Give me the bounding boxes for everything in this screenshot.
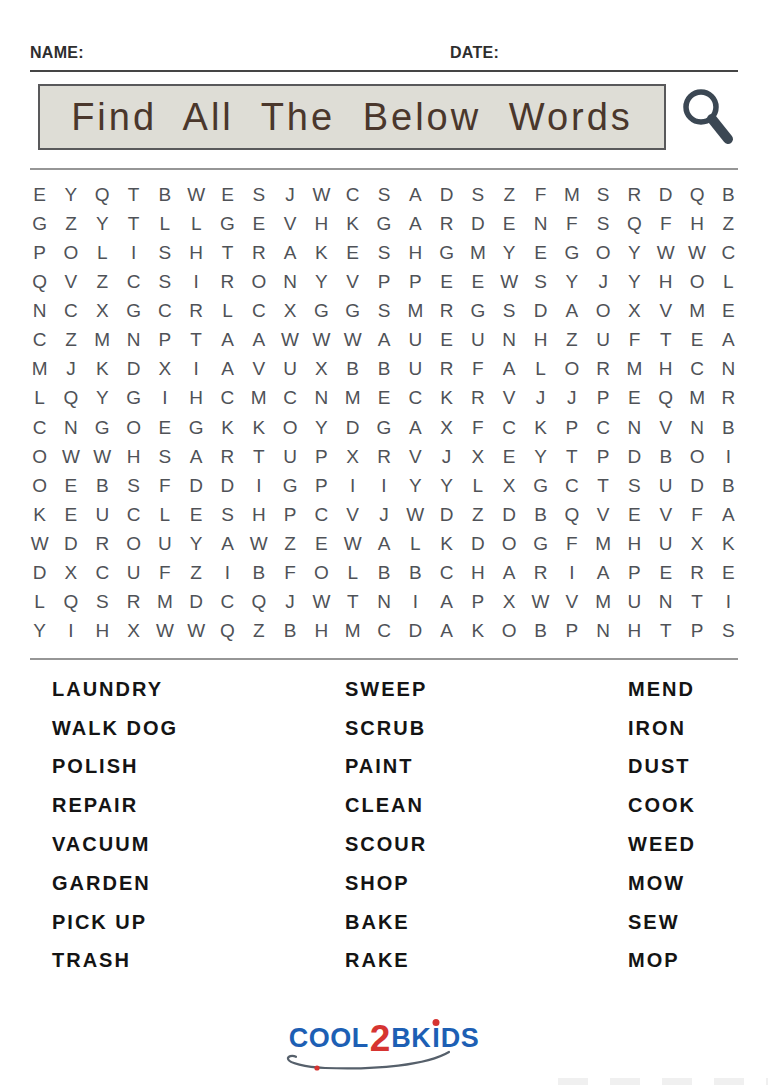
page-edge-dashes [558, 1078, 768, 1085]
grid-cell-r1c15: S [462, 180, 493, 209]
grid-cell-r5c13: M [400, 297, 431, 326]
grid-cell-r13c9: Z [274, 530, 305, 559]
grid-cell-r6c5: P [149, 326, 180, 355]
grid-cell-r12c12: J [368, 500, 399, 529]
grid-cell-r4c11: V [337, 267, 368, 296]
grid-cell-r5c16: S [494, 297, 525, 326]
grid-cell-r15c23: I [713, 588, 744, 617]
grid-cell-r7c13: U [400, 355, 431, 384]
grid-cell-r13c5: U [149, 530, 180, 559]
word-item: PICK UP [52, 903, 345, 942]
grid-cell-r7c20: M [619, 355, 650, 384]
word-item: WEED [628, 825, 744, 864]
grid-cell-r9c1: C [24, 413, 55, 442]
grid-cell-r10c6: A [181, 442, 212, 471]
grid-cell-r4c2: V [55, 267, 86, 296]
word-item: COOK [628, 786, 744, 825]
grid-cell-r12c15: Z [462, 500, 493, 529]
grid-cell-r9c21: V [650, 413, 681, 442]
grid-cell-r10c11: X [337, 442, 368, 471]
grid-cell-r6c19: U [587, 326, 618, 355]
grid-cell-r4c3: Z [87, 267, 118, 296]
grid-cell-r9c17: K [525, 413, 556, 442]
word-column-1: LAUNDRYWALK DOGPOLISHREPAIRVACUUMGARDENP… [52, 670, 345, 980]
grid-cell-r5c21: V [650, 297, 681, 326]
grid-cell-r6c7: A [212, 326, 243, 355]
grid-cell-r13c14: K [431, 530, 462, 559]
grid-cell-r5c2: C [55, 297, 86, 326]
grid-cell-r14c3: C [87, 559, 118, 588]
grid-cell-r9c23: B [713, 413, 744, 442]
grid-cell-r2c10: H [306, 209, 337, 238]
grid-cell-r13c2: D [55, 530, 86, 559]
word-item: VACUUM [52, 825, 345, 864]
grid-cell-r7c17: L [525, 355, 556, 384]
grid-cell-r4c15: E [462, 267, 493, 296]
grid-cell-r2c1: G [24, 209, 55, 238]
word-item: GARDEN [52, 864, 345, 903]
grid-cell-r3c2: O [55, 238, 86, 267]
grid-cell-r5c3: X [87, 297, 118, 326]
grid-cell-r10c18: T [556, 442, 587, 471]
grid-cell-r4c14: E [431, 267, 462, 296]
grid-cell-r12c14: D [431, 500, 462, 529]
grid-cell-r4c9: N [274, 267, 305, 296]
grid-cell-r11c17: G [525, 471, 556, 500]
grid-cell-r6c20: F [619, 326, 650, 355]
grid-cell-r13c22: X [681, 530, 712, 559]
grid-cell-r2c17: N [525, 209, 556, 238]
grid-cell-r1c6: W [181, 180, 212, 209]
grid-cell-r1c16: Z [494, 180, 525, 209]
grid-cell-r11c13: Y [400, 471, 431, 500]
grid-cell-r5c14: R [431, 297, 462, 326]
grid-cell-r7c9: U [274, 355, 305, 384]
grid-cell-r3c22: W [681, 238, 712, 267]
grid-cell-r3c11: E [337, 238, 368, 267]
grid-cell-r10c19: P [587, 442, 618, 471]
grid-cell-r12c8: H [243, 500, 274, 529]
name-date-row: NAME: DATE: [30, 38, 738, 72]
grid-cell-r10c23: I [713, 442, 744, 471]
grid-cell-r12c21: V [650, 500, 681, 529]
grid-cell-r16c14: A [431, 617, 462, 646]
grid-cell-r10c2: W [55, 442, 86, 471]
grid-cell-r7c21: H [650, 355, 681, 384]
grid-cell-r16c4: X [118, 617, 149, 646]
word-item: MOP [628, 942, 744, 981]
grid-cell-r13c1: W [24, 530, 55, 559]
grid-cell-r3c18: G [556, 238, 587, 267]
grid-cell-r12c17: B [525, 500, 556, 529]
grid-cell-r14c10: O [306, 559, 337, 588]
grid-cell-r9c7: K [212, 413, 243, 442]
grid-cell-r16c22: P [681, 617, 712, 646]
grid-cell-r6c10: W [306, 326, 337, 355]
word-item: MOW [628, 864, 744, 903]
grid-cell-r6c4: N [118, 326, 149, 355]
grid-cell-r2c13: A [400, 209, 431, 238]
grid-cell-r3c13: H [400, 238, 431, 267]
grid-cell-r5c12: S [368, 297, 399, 326]
grid-cell-r8c17: J [525, 384, 556, 413]
grid-cell-r3c12: S [368, 238, 399, 267]
grid-cell-r9c11: D [337, 413, 368, 442]
grid-cell-r3c20: Y [619, 238, 650, 267]
grid-cell-r2c15: D [462, 209, 493, 238]
grid-cell-r13c18: F [556, 530, 587, 559]
grid-cell-r5c10: G [306, 297, 337, 326]
word-column-2: SWEEPSCRUBPAINTCLEANSCOURSHOPBAKERAKE [345, 670, 628, 980]
grid-cell-r10c5: S [149, 442, 180, 471]
grid-cell-r5c11: G [337, 297, 368, 326]
grid-cell-r2c2: Z [55, 209, 86, 238]
grid-cell-r10c10: P [306, 442, 337, 471]
grid-cell-r4c20: Y [619, 267, 650, 296]
grid-cell-r6c18: Z [556, 326, 587, 355]
grid-cell-r13c19: M [587, 530, 618, 559]
grid-cell-r6c17: H [525, 326, 556, 355]
grid-cell-r4c21: H [650, 267, 681, 296]
grid-cell-r14c9: F [274, 559, 305, 588]
grid-cell-r10c4: H [118, 442, 149, 471]
grid-cell-r6c16: N [494, 326, 525, 355]
grid-cell-r11c19: T [587, 471, 618, 500]
grid-cell-r7c18: O [556, 355, 587, 384]
grid-cell-r15c4: R [118, 588, 149, 617]
word-item: SEW [628, 903, 744, 942]
grid-cell-r2c14: R [431, 209, 462, 238]
grid-cell-r8c1: L [24, 384, 55, 413]
grid-cell-r5c17: D [525, 297, 556, 326]
grid-cell-r15c20: U [619, 588, 650, 617]
grid-cell-r15c15: P [462, 588, 493, 617]
grid-cell-r13c17: G [525, 530, 556, 559]
grid-cell-r12c13: W [400, 500, 431, 529]
grid-cell-r6c13: U [400, 326, 431, 355]
grid-cell-r9c18: P [556, 413, 587, 442]
grid-cell-r12c7: S [212, 500, 243, 529]
grid-cell-r1c17: F [525, 180, 556, 209]
grid-cell-r12c2: E [55, 500, 86, 529]
grid-cell-r8c19: P [587, 384, 618, 413]
grid-cell-r2c4: T [118, 209, 149, 238]
grid-cell-r8c7: C [212, 384, 243, 413]
grid-cell-r8c2: Q [55, 384, 86, 413]
grid-cell-r12c11: V [337, 500, 368, 529]
grid-cell-r9c16: C [494, 413, 525, 442]
grid-cell-r12c10: C [306, 500, 337, 529]
grid-cell-r1c7: E [212, 180, 243, 209]
word-item: IRON [628, 709, 744, 748]
grid-cell-r16c20: H [619, 617, 650, 646]
grid-cell-r8c15: R [462, 384, 493, 413]
grid-cell-r16c9: B [274, 617, 305, 646]
grid-cell-r14c7: I [212, 559, 243, 588]
title-row: Find All The Below Words [38, 84, 740, 150]
grid-cell-r11c3: B [87, 471, 118, 500]
grid-cell-r7c8: V [243, 355, 274, 384]
grid-cell-r5c6: R [181, 297, 212, 326]
grid-cell-r15c1: L [24, 588, 55, 617]
grid-cell-r15c5: M [149, 588, 180, 617]
grid-cell-r12c5: L [149, 500, 180, 529]
title-box: Find All The Below Words [38, 84, 666, 150]
grid-cell-r14c18: I [556, 559, 587, 588]
grid-cell-r11c20: S [619, 471, 650, 500]
grid-cell-r6c22: E [681, 326, 712, 355]
grid-cell-r4c23: L [713, 267, 744, 296]
grid-cell-r1c9: J [274, 180, 305, 209]
grid-cell-r9c20: N [619, 413, 650, 442]
grid-cell-r10c7: R [212, 442, 243, 471]
grid-cell-r14c11: L [337, 559, 368, 588]
grid-cell-r3c4: I [118, 238, 149, 267]
grid-cell-r7c12: B [368, 355, 399, 384]
grid-cell-r2c23: Z [713, 209, 744, 238]
grid-cell-r8c3: Y [87, 384, 118, 413]
grid-cell-r1c13: A [400, 180, 431, 209]
grid-cell-r6c6: T [181, 326, 212, 355]
word-item: POLISH [52, 748, 345, 787]
grid-cell-r16c8: Z [243, 617, 274, 646]
grid-cell-r1c11: C [337, 180, 368, 209]
grid-cell-r4c13: P [400, 267, 431, 296]
grid-cell-r7c10: X [306, 355, 337, 384]
grid-cell-r2c19: S [587, 209, 618, 238]
grid-cell-r2c11: K [337, 209, 368, 238]
grid-cell-r12c6: E [181, 500, 212, 529]
grid-cell-r14c22: R [681, 559, 712, 588]
grid-cell-r15c22: T [681, 588, 712, 617]
grid-cell-r5c20: X [619, 297, 650, 326]
grid-cell-r8c9: C [274, 384, 305, 413]
grid-cell-r15c2: Q [55, 588, 86, 617]
grid-cell-r16c2: I [55, 617, 86, 646]
grid-cell-r15c10: W [306, 588, 337, 617]
grid-cell-r10c12: R [368, 442, 399, 471]
grid-cell-r14c21: E [650, 559, 681, 588]
grid-cell-r10c22: O [681, 442, 712, 471]
grid-cell-r16c13: D [400, 617, 431, 646]
word-column-3: MENDIRONDUSTCOOKWEEDMOWSEWMOP [628, 670, 744, 980]
word-item: SWEEP [345, 670, 628, 709]
grid-cell-r3c6: H [181, 238, 212, 267]
grid-cell-r1c14: D [431, 180, 462, 209]
logo-swoosh-icon [277, 1050, 457, 1072]
grid-cell-r6c8: A [243, 326, 274, 355]
grid-cell-r3c1: P [24, 238, 55, 267]
grid-cell-r6c11: W [337, 326, 368, 355]
grid-cell-r11c9: G [274, 471, 305, 500]
grid-cell-r5c22: M [681, 297, 712, 326]
grid-cell-r9c22: N [681, 413, 712, 442]
grid-cell-r3c19: O [587, 238, 618, 267]
grid-cell-r12c22: F [681, 500, 712, 529]
grid-cell-r2c5: L [149, 209, 180, 238]
grid-cell-r3c17: E [525, 238, 556, 267]
grid-cell-r13c20: H [619, 530, 650, 559]
grid-cell-r4c1: Q [24, 267, 55, 296]
grid-cell-r13c12: A [368, 530, 399, 559]
grid-cell-r12c3: U [87, 500, 118, 529]
grid-cell-r4c10: Y [306, 267, 337, 296]
grid-cell-r2c18: F [556, 209, 587, 238]
grid-cell-r16c18: P [556, 617, 587, 646]
grid-cell-r11c2: E [55, 471, 86, 500]
grid-cell-r16c12: C [368, 617, 399, 646]
grid-cell-r5c4: G [118, 297, 149, 326]
grid-cell-r4c12: P [368, 267, 399, 296]
grid-cell-r3c9: A [274, 238, 305, 267]
grid-cell-r3c16: Y [494, 238, 525, 267]
grid-cell-r9c3: G [87, 413, 118, 442]
cool2bkids-logo[interactable]: COOL 2 BK I DS [289, 1020, 480, 1057]
grid-cell-r8c21: Q [650, 384, 681, 413]
grid-cell-r10c17: Y [525, 442, 556, 471]
grid-cell-r1c19: S [587, 180, 618, 209]
word-item: SCRUB [345, 709, 628, 748]
grid-cell-r8c12: E [368, 384, 399, 413]
date-label: DATE: [450, 44, 499, 62]
grid-cell-r15c19: M [587, 588, 618, 617]
grid-cell-r5c1: N [24, 297, 55, 326]
grid-cell-r16c21: T [650, 617, 681, 646]
grid-cell-r5c18: A [556, 297, 587, 326]
grid-cell-r12c20: E [619, 500, 650, 529]
grid-cell-r1c12: S [368, 180, 399, 209]
grid-cell-r15c17: W [525, 588, 556, 617]
grid-cell-r7c6: I [181, 355, 212, 384]
grid-cell-r7c2: J [55, 355, 86, 384]
grid-cell-r3c7: T [212, 238, 243, 267]
grid-cell-r9c12: G [368, 413, 399, 442]
grid-cell-r6c3: M [87, 326, 118, 355]
grid-cell-r6c2: Z [55, 326, 86, 355]
grid-cell-r6c23: A [713, 326, 744, 355]
grid-cell-r5c19: O [587, 297, 618, 326]
grid-cell-r14c16: A [494, 559, 525, 588]
grid-cell-r12c4: C [118, 500, 149, 529]
grid-cell-r10c14: J [431, 442, 462, 471]
grid-cell-r9c8: K [243, 413, 274, 442]
word-item: MEND [628, 670, 744, 709]
grid-cell-r11c22: D [681, 471, 712, 500]
grid-cell-r10c20: D [619, 442, 650, 471]
grid-cell-r14c2: X [55, 559, 86, 588]
grid-cell-r10c3: W [87, 442, 118, 471]
grid-cell-r3c10: K [306, 238, 337, 267]
grid-cell-r9c6: G [181, 413, 212, 442]
grid-cell-r1c18: M [556, 180, 587, 209]
grid-cell-r15c11: T [337, 588, 368, 617]
grid-cell-r13c7: A [212, 530, 243, 559]
word-item: SHOP [345, 864, 628, 903]
grid-cell-r14c12: B [368, 559, 399, 588]
grid-cell-r14c14: C [431, 559, 462, 588]
grid-cell-r6c9: W [274, 326, 305, 355]
grid-cell-r5c15: G [462, 297, 493, 326]
word-item: SCOUR [345, 825, 628, 864]
grid-cell-r16c3: H [87, 617, 118, 646]
grid-cell-r8c13: C [400, 384, 431, 413]
grid-cell-r8c23: R [713, 384, 744, 413]
grid-cell-r1c23: B [713, 180, 744, 209]
grid-cell-r16c15: K [462, 617, 493, 646]
divider-top [30, 168, 738, 170]
grid-cell-r10c1: O [24, 442, 55, 471]
grid-cell-r12c16: D [494, 500, 525, 529]
grid-cell-r1c10: W [306, 180, 337, 209]
grid-cell-r7c5: X [149, 355, 180, 384]
grid-cell-r14c19: A [587, 559, 618, 588]
grid-cell-r15c7: C [212, 588, 243, 617]
magnifier-icon [676, 84, 740, 150]
word-item: BAKE [345, 903, 628, 942]
grid-cell-r16c19: N [587, 617, 618, 646]
grid-cell-r1c1: E [24, 180, 55, 209]
grid-cell-r8c11: M [337, 384, 368, 413]
grid-cell-r3c5: S [149, 238, 180, 267]
grid-cell-r11c11: I [337, 471, 368, 500]
grid-cell-r3c15: M [462, 238, 493, 267]
grid-cell-r11c16: X [494, 471, 525, 500]
grid-cell-r10c13: V [400, 442, 431, 471]
grid-cell-r9c9: O [274, 413, 305, 442]
grid-cell-r4c17: S [525, 267, 556, 296]
grid-cell-r9c4: O [118, 413, 149, 442]
grid-cell-r1c8: S [243, 180, 274, 209]
grid-cell-r1c2: Y [55, 180, 86, 209]
grid-cell-r15c14: A [431, 588, 462, 617]
grid-cell-r7c19: R [587, 355, 618, 384]
word-item: DUST [628, 748, 744, 787]
grid-cell-r14c15: H [462, 559, 493, 588]
grid-cell-r15c18: V [556, 588, 587, 617]
grid-cell-r15c12: N [368, 588, 399, 617]
grid-cell-r6c15: U [462, 326, 493, 355]
grid-cell-r15c8: Q [243, 588, 274, 617]
grid-cell-r3c14: G [431, 238, 462, 267]
grid-cell-r6c1: C [24, 326, 55, 355]
grid-cell-r15c3: S [87, 588, 118, 617]
word-item: TRASH [52, 942, 345, 981]
grid-cell-r16c10: H [306, 617, 337, 646]
grid-cell-r2c6: L [181, 209, 212, 238]
grid-cell-r14c13: B [400, 559, 431, 588]
grid-cell-r13c23: K [713, 530, 744, 559]
grid-cell-r2c8: E [243, 209, 274, 238]
grid-cell-r13c15: D [462, 530, 493, 559]
grid-cell-r4c4: C [118, 267, 149, 296]
grid-cell-r4c19: J [587, 267, 618, 296]
grid-cell-r12c19: V [587, 500, 618, 529]
word-item: REPAIR [52, 786, 345, 825]
grid-cell-r8c14: K [431, 384, 462, 413]
grid-cell-r14c1: D [24, 559, 55, 588]
grid-cell-r7c7: A [212, 355, 243, 384]
grid-cell-r13c16: O [494, 530, 525, 559]
grid-cell-r8c4: G [118, 384, 149, 413]
grid-cell-r9c15: F [462, 413, 493, 442]
grid-cell-r8c8: M [243, 384, 274, 413]
word-item: CLEAN [345, 786, 628, 825]
grid-cell-r11c14: Y [431, 471, 462, 500]
grid-cell-r8c18: J [556, 384, 587, 413]
grid-cell-r11c21: U [650, 471, 681, 500]
grid-cell-r16c17: B [525, 617, 556, 646]
grid-cell-r14c8: B [243, 559, 274, 588]
